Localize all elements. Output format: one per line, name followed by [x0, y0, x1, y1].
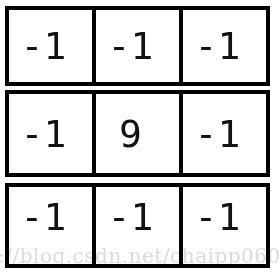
grid-cell-r1c3: -1 — [179, 6, 270, 86]
kernel-diagram: -1 -1 -1 -1 9 -1 -1 -1 -1 ://blog.csdn.n… — [0, 0, 280, 276]
grid-row-3: -1 -1 -1 — [5, 183, 270, 268]
grid-cell-r3c1: -1 — [5, 183, 96, 268]
cell-value: -1 — [21, 27, 67, 65]
cell-value: -1 — [108, 27, 154, 65]
grid-cell-r2c1: -1 — [5, 90, 96, 177]
grid-row-2: -1 9 -1 — [5, 90, 270, 177]
grid-cell-r1c2: -1 — [92, 6, 183, 86]
grid-cell-r3c3: -1 — [179, 183, 270, 268]
cell-value: -1 — [21, 115, 67, 153]
cell-value: -1 — [195, 198, 241, 236]
cell-value: 9 — [119, 115, 142, 153]
grid-cell-r1c1: -1 — [5, 6, 96, 86]
kernel-grid: -1 -1 -1 -1 9 -1 -1 -1 -1 — [5, 6, 270, 268]
cell-value: -1 — [195, 27, 241, 65]
cell-value: -1 — [21, 198, 67, 236]
grid-cell-r2c2: 9 — [92, 90, 183, 177]
grid-cell-r2c3: -1 — [179, 90, 270, 177]
cell-value: -1 — [108, 198, 154, 236]
cell-value: -1 — [195, 115, 241, 153]
grid-row-1: -1 -1 -1 — [5, 6, 270, 86]
grid-cell-r3c2: -1 — [92, 183, 183, 268]
